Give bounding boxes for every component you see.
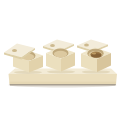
lid-middle-finger-recess <box>50 44 55 47</box>
lid-left-finger-recess <box>12 49 17 52</box>
lid-right-finger-recess <box>84 44 89 47</box>
snack-board-scene <box>0 0 125 125</box>
product-photo <box>0 0 125 125</box>
treat <box>90 52 101 58</box>
base-shadow-line <box>10 84 117 86</box>
compartment-middle-hole-floor <box>54 51 67 58</box>
base-bottom-shading <box>10 82 117 84</box>
treat-highlight <box>92 52 96 54</box>
